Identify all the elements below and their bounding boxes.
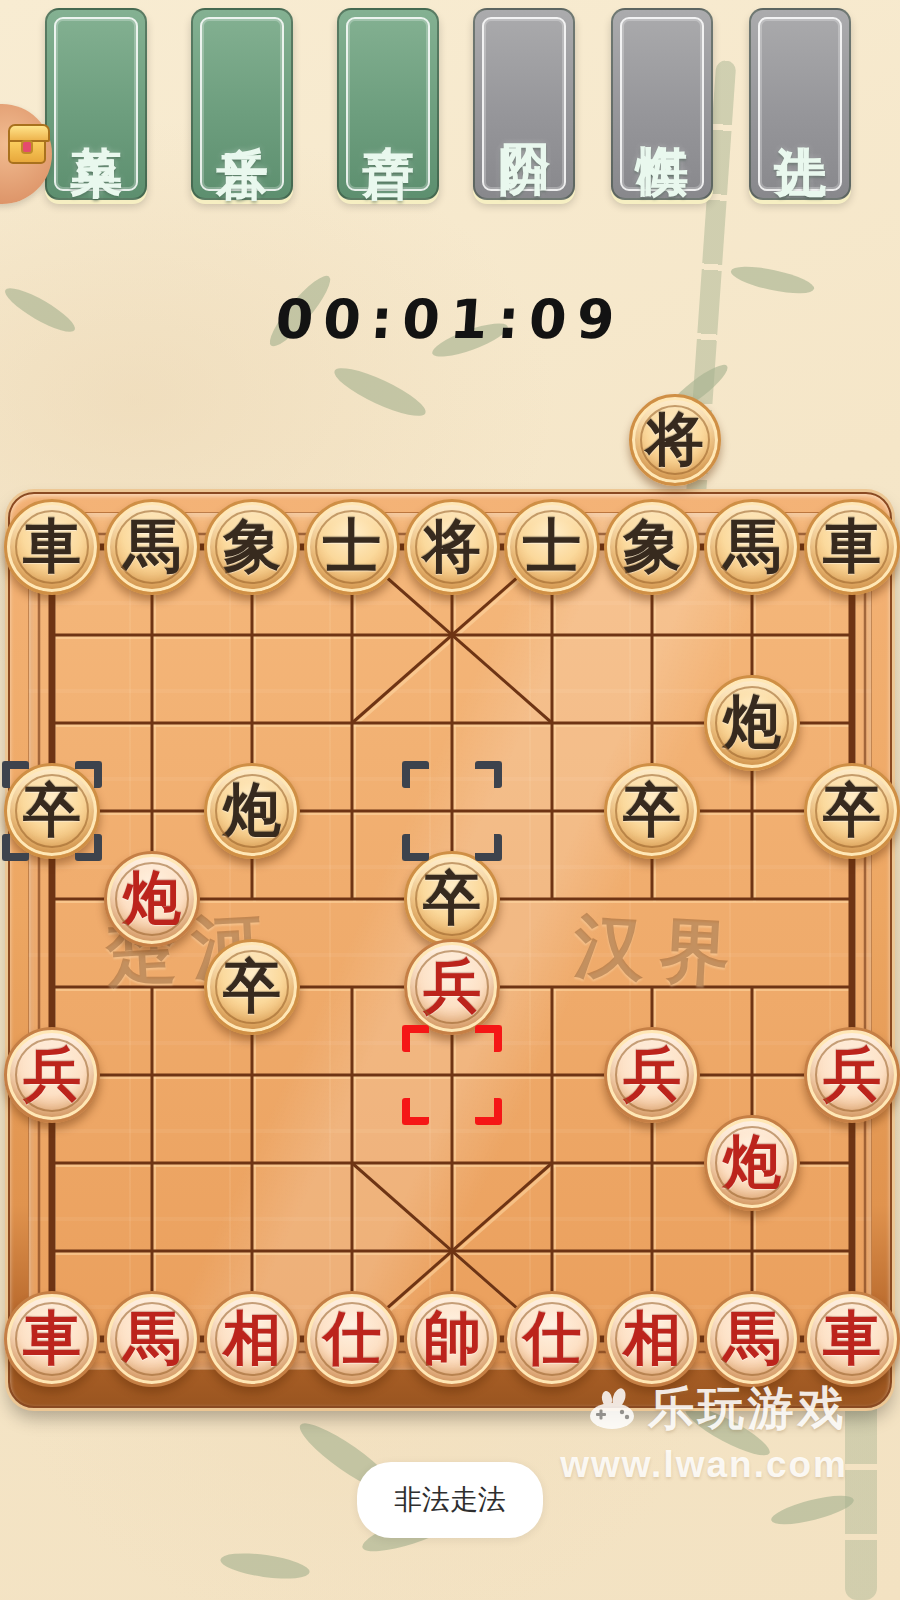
illegal-move-toast: 非法走法 [357, 1462, 543, 1538]
piece-black-卒-c2r5[interactable]: 卒 [204, 939, 300, 1035]
piece-red-炮-c1r4[interactable]: 炮 [104, 851, 200, 947]
piece-char: 炮 [723, 684, 781, 762]
piece-black-馬-c1r0[interactable]: 馬 [104, 499, 200, 595]
watermark-brand: 乐玩游戏 [648, 1378, 848, 1440]
piece-black-車-c0r0[interactable]: 車 [4, 499, 100, 595]
marker-corner [475, 834, 502, 861]
piece-red-兵-c4r5[interactable]: 兵 [404, 939, 500, 1035]
piece-black-炮-c2r3[interactable]: 炮 [204, 763, 300, 859]
undo-button[interactable]: 悔棋 [611, 8, 713, 200]
piece-char: 車 [23, 1300, 81, 1378]
piece-black-士-c3r0[interactable]: 士 [304, 499, 400, 595]
piece-red-兵-c8r6[interactable]: 兵 [804, 1027, 900, 1123]
menu-button[interactable]: 菜单 [45, 8, 147, 200]
sound-button[interactable]: 声音 [337, 8, 439, 200]
piece-red-炮-c7r7[interactable]: 炮 [704, 1115, 800, 1211]
piece-black-士-c5r0[interactable]: 士 [504, 499, 600, 595]
game-timer: 00:01:09 [0, 288, 900, 351]
piece-char: 卒 [223, 948, 281, 1026]
piece-char: 卒 [623, 772, 681, 850]
piece-black-炮-c7r2[interactable]: 炮 [704, 675, 800, 771]
piece-black-卒-c6r3[interactable]: 卒 [604, 763, 700, 859]
piece-char: 兵 [623, 1036, 681, 1114]
piece-char: 馬 [123, 1300, 181, 1378]
watermark-url: www.lwan.com [560, 1444, 848, 1486]
treasure-chest-icon [8, 134, 46, 164]
piece-red-仕-c5r9[interactable]: 仕 [504, 1291, 600, 1387]
piece-red-帥-c4r9[interactable]: 帥 [404, 1291, 500, 1387]
difficulty-button[interactable]: 四阶 [473, 8, 575, 200]
marker-corner [402, 761, 429, 788]
button-frame [346, 17, 430, 191]
turn-indicator-char: 将 [646, 401, 704, 479]
piece-char: 士 [323, 508, 381, 586]
piece-char: 仕 [523, 1300, 581, 1378]
watermark-brand-row: 乐玩游戏 [560, 1378, 848, 1440]
piece-red-兵-c6r6[interactable]: 兵 [604, 1027, 700, 1123]
button-frame [54, 17, 138, 191]
button-frame [758, 17, 842, 191]
piece-layer: 車馬象士将士象馬車炮卒炮卒卒炮卒卒兵兵兵兵炮車馬相仕帥仕相馬車 [10, 494, 890, 1406]
piece-char: 兵 [23, 1036, 81, 1114]
piece-char: 炮 [123, 860, 181, 938]
bamboo-leaf [330, 360, 431, 424]
piece-char: 仕 [323, 1300, 381, 1378]
handicap-button[interactable]: 让先 [749, 8, 851, 200]
piece-red-兵-c0r6[interactable]: 兵 [4, 1027, 100, 1123]
turn-indicator-piece: 将 [629, 394, 721, 486]
xiangqi-board[interactable]: 楚河 汉界 車馬象士将士象馬車炮卒炮卒卒炮卒卒兵兵兵兵炮車馬相仕帥仕相馬車 [8, 492, 892, 1408]
piece-black-象-c2r0[interactable]: 象 [204, 499, 300, 595]
bamboo-leaf [219, 1549, 311, 1583]
piece-char: 兵 [423, 948, 481, 1026]
piece-black-将-c4r0[interactable]: 将 [404, 499, 500, 595]
piece-char: 車 [823, 1300, 881, 1378]
button-frame [620, 17, 704, 191]
bamboo-leaf [769, 1490, 856, 1530]
marker-corner [402, 1098, 429, 1125]
piece-char: 帥 [423, 1300, 481, 1378]
marker-corner [402, 834, 429, 861]
piece-black-象-c6r0[interactable]: 象 [604, 499, 700, 595]
piece-red-車-c8r9[interactable]: 車 [804, 1291, 900, 1387]
piece-red-仕-c3r9[interactable]: 仕 [304, 1291, 400, 1387]
piece-char: 象 [223, 508, 281, 586]
piece-char: 兵 [823, 1036, 881, 1114]
piece-char: 馬 [123, 508, 181, 586]
piece-black-卒-c4r4[interactable]: 卒 [404, 851, 500, 947]
piece-char: 馬 [723, 508, 781, 586]
marker-corner [475, 1025, 502, 1052]
piece-red-馬-c7r9[interactable]: 馬 [704, 1291, 800, 1387]
marker-corner [475, 1098, 502, 1125]
piece-char: 車 [823, 508, 881, 586]
piece-black-卒-c0r3[interactable]: 卒 [4, 763, 100, 859]
piece-char: 相 [223, 1300, 281, 1378]
button-frame [482, 17, 566, 191]
piece-char: 士 [523, 508, 581, 586]
gamepad-rabbit-icon [586, 1388, 638, 1430]
move-marker-red-c4r6 [402, 1025, 502, 1125]
piece-red-相-c2r9[interactable]: 相 [204, 1291, 300, 1387]
marker-corner [475, 761, 502, 788]
piece-red-車-c0r9[interactable]: 車 [4, 1291, 100, 1387]
piece-char: 卒 [23, 772, 81, 850]
piece-red-馬-c1r9[interactable]: 馬 [104, 1291, 200, 1387]
piece-char: 卒 [823, 772, 881, 850]
watermark: 乐玩游戏 www.lwan.com [560, 1378, 848, 1486]
button-frame [200, 17, 284, 191]
music-button[interactable]: 音乐 [191, 8, 293, 200]
piece-char: 卒 [423, 860, 481, 938]
piece-char: 車 [23, 508, 81, 586]
marker-corner [402, 1025, 429, 1052]
piece-black-車-c8r0[interactable]: 車 [804, 499, 900, 595]
move-marker-dark-c4r3 [402, 761, 502, 861]
piece-black-馬-c7r0[interactable]: 馬 [704, 499, 800, 595]
piece-red-相-c6r9[interactable]: 相 [604, 1291, 700, 1387]
piece-char: 相 [623, 1300, 681, 1378]
piece-char: 馬 [723, 1300, 781, 1378]
piece-black-卒-c8r3[interactable]: 卒 [804, 763, 900, 859]
piece-char: 炮 [723, 1124, 781, 1202]
piece-char: 炮 [223, 772, 281, 850]
piece-char: 象 [623, 508, 681, 586]
piece-char: 将 [423, 508, 481, 586]
